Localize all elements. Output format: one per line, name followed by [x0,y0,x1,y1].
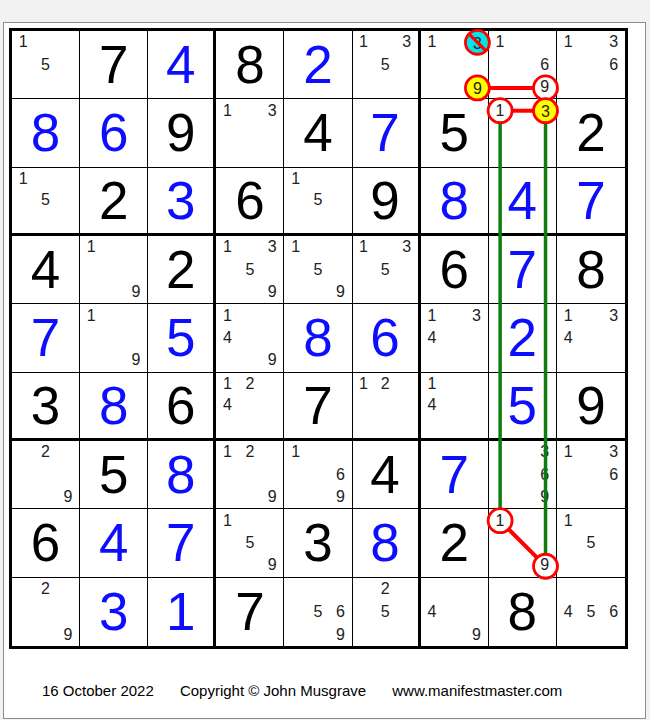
cell-value: 5 [508,379,537,432]
pencil-mark: 5 [34,189,56,211]
footer-copyright: Copyright © John Musgrave [180,682,366,699]
pencil-mark: 9 [329,486,351,508]
cell-value: 7 [576,174,605,227]
cell-r8c2[interactable]: 4 [80,509,148,577]
cell-r6c3[interactable]: 6 [148,373,216,441]
cell-value: 2 [576,106,605,159]
pencil-mark: 9 [261,349,283,371]
pencil-mark: 1 [353,31,375,53]
footer-date: 16 October 2022 [42,682,154,699]
cell-r9c3[interactable]: 1 [148,578,216,646]
cell-value: 8 [303,311,332,364]
cell-r3c1[interactable]: 15 [12,168,80,236]
cell-value: 7 [508,243,537,296]
cell-r9c1[interactable]: 29 [12,578,80,646]
pencil-mark: 1 [489,509,511,531]
pencil-mark: 5 [374,53,396,75]
pencil-mark: 5 [307,600,329,623]
cell-r3c7[interactable]: 8 [421,168,489,236]
pencil-mark: 6 [602,463,625,485]
pencil-mark: 3 [534,441,556,463]
pencil-mark: 1 [216,304,238,326]
pencil-mark: 9 [534,486,556,508]
cell-r5c5[interactable]: 8 [284,304,352,372]
cell-r1c7[interactable]: 139 [421,31,489,99]
cell-r2c6[interactable]: 7 [353,99,421,167]
cell-r7c8[interactable]: 369 [489,441,557,509]
cell-r9c2[interactable]: 3 [80,578,148,646]
cell-value: 5 [166,311,195,364]
cell-r4c4[interactable]: 1359 [216,236,284,304]
pencil-mark: 1 [80,236,102,258]
cell-r2c9[interactable]: 2 [557,99,625,167]
cell-r3c6[interactable]: 9 [353,168,421,236]
pencil-mark: 2 [239,373,261,395]
cell-value: 4 [166,38,195,91]
pencil-mark: 5 [34,53,56,75]
cell-r7c2[interactable]: 5 [80,441,148,509]
pencil-mark: 1 [557,31,580,53]
pencil-mark: 9 [534,76,556,98]
pencil-mark: 9 [261,486,283,508]
cell-r8c5[interactable]: 3 [284,509,352,577]
cell-r7c6[interactable]: 4 [353,441,421,509]
cell-r5c4[interactable]: 149 [216,304,284,372]
pencil-mark: 6 [329,600,351,623]
pencil-mark: 3 [534,99,556,121]
pencil-mark: 1 [421,304,443,326]
cell-value: 8 [166,448,195,501]
pencil-mark: 3 [396,236,418,258]
cell-r6c6[interactable]: 12 [353,373,421,441]
cell-value: 9 [370,174,399,227]
pencil-mark: 1 [216,236,238,258]
cell-value: 4 [99,516,128,569]
cell-r2c8[interactable]: 13 [489,99,557,167]
pencil-mark: 1 [216,441,238,463]
cell-value: 8 [31,106,60,159]
pencil-mark: 3 [602,441,625,463]
pencil-mark: 9 [125,349,147,371]
cell-r4c6[interactable]: 135 [353,236,421,304]
pencil-mark: 9 [329,281,351,303]
pencil-mark: 2 [374,578,396,601]
pencil-mark: 1 [284,168,306,190]
pencil-mark: 3 [465,31,487,53]
cell-r6c5[interactable]: 7 [284,373,352,441]
pencil-mark: 1 [284,236,306,258]
cell-value: 7 [303,379,332,432]
cell-value: 2 [303,38,332,91]
cell-r9c8[interactable]: 8 [489,578,557,646]
pencil-mark: 4 [216,394,238,416]
pencil-mark: 1 [353,373,375,395]
pencil-mark: 9 [57,623,79,646]
cell-value: 4 [370,448,399,501]
cell-value: 4 [303,106,332,159]
pencil-mark: 2 [239,441,261,463]
cell-r7c3[interactable]: 8 [148,441,216,509]
pencil-mark: 1 [421,373,443,395]
cell-r5c1[interactable]: 7 [12,304,80,372]
cell-value: 6 [370,311,399,364]
cell-r2c2[interactable]: 6 [80,99,148,167]
cell-r2c1[interactable]: 8 [12,99,80,167]
pencil-mark: 5 [580,600,603,623]
pencil-mark: 9 [57,486,79,508]
pencil-mark: 1 [216,509,238,531]
footer-website: www.manifestmaster.com [392,682,562,699]
cell-r1c4[interactable]: 8 [216,31,284,99]
cell-value: 2 [166,243,195,296]
cell-r5c9[interactable]: 134 [557,304,625,372]
cell-r6c4[interactable]: 124 [216,373,284,441]
pencil-mark: 3 [261,99,283,121]
pencil-mark: 4 [557,327,580,349]
cell-r1c3[interactable]: 4 [148,31,216,99]
pencil-mark: 4 [557,600,580,623]
cell-r9c6[interactable]: 25 [353,578,421,646]
cell-r1c2[interactable]: 7 [80,31,148,99]
pencil-mark: 1 [557,509,580,531]
pencil-mark: 5 [374,258,396,280]
pencil-mark: 2 [374,373,396,395]
pencil-mark: 9 [125,281,147,303]
cell-r9c7[interactable]: 49 [421,578,489,646]
cell-r5c3[interactable]: 5 [148,304,216,372]
pencil-mark: 1 [284,441,306,463]
pencil-mark: 4 [421,327,443,349]
cell-r8c8[interactable]: 19 [489,509,557,577]
pencil-mark: 5 [307,189,329,211]
pencil-mark: 1 [80,304,102,326]
cell-r1c1[interactable]: 15 [12,31,80,99]
cell-value: 6 [439,243,468,296]
cell-value: 3 [303,516,332,569]
footer: 16 October 2022 Copyright © John Musgrav… [42,682,584,699]
pencil-mark: 3 [396,31,418,53]
cell-r6c7[interactable]: 14 [421,373,489,441]
cell-r1c8[interactable]: 169 [489,31,557,99]
cell-value: 8 [99,379,128,432]
cell-r5c2[interactable]: 19 [80,304,148,372]
cell-value: 8 [370,516,399,569]
cell-r5c6[interactable]: 6 [353,304,421,372]
pencil-mark: 5 [580,532,603,554]
sudoku-board: 1574821351391691368691347513215236159847… [9,28,628,649]
cell-value: 4 [31,243,60,296]
cell-value: 8 [508,585,537,638]
pencil-mark: 1 [489,31,511,53]
pencil-mark: 4 [216,327,238,349]
cell-value: 9 [166,106,195,159]
cell-r4c1[interactable]: 4 [12,236,80,304]
cell-r2c7[interactable]: 5 [421,99,489,167]
pencil-mark: 1 [353,236,375,258]
cell-r8c1[interactable]: 6 [12,509,80,577]
pencil-mark: 1 [421,31,443,53]
cell-value: 7 [370,106,399,159]
cell-value: 7 [99,38,128,91]
cell-value: 8 [235,38,264,91]
pencil-mark: 4 [421,600,443,623]
cell-r6c8[interactable]: 5 [489,373,557,441]
cell-r7c7[interactable]: 7 [421,441,489,509]
cell-r6c2[interactable]: 8 [80,373,148,441]
cell-value: 4 [508,174,537,227]
cell-value: 7 [439,448,468,501]
cell-value: 3 [99,585,128,638]
cell-r2c4[interactable]: 13 [216,99,284,167]
cell-value: 6 [235,174,264,227]
pencil-mark: 1 [216,373,238,395]
pencil-mark: 9 [329,623,351,646]
cell-r3c2[interactable]: 2 [80,168,148,236]
pencil-mark: 6 [329,463,351,485]
cell-value: 2 [439,516,468,569]
cell-r4c7[interactable]: 6 [421,236,489,304]
cell-value: 6 [31,516,60,569]
pencil-mark: 3 [261,236,283,258]
pencil-mark: 1 [557,441,580,463]
pencil-mark: 1 [489,99,511,121]
pencil-mark: 6 [534,53,556,75]
pencil-mark: 3 [602,31,625,53]
cell-r4c3[interactable]: 2 [148,236,216,304]
cell-r8c9[interactable]: 15 [557,509,625,577]
cell-r7c5[interactable]: 169 [284,441,352,509]
cell-value: 8 [576,243,605,296]
pencil-mark: 9 [261,281,283,303]
cell-value: 3 [31,379,60,432]
cell-r1c9[interactable]: 136 [557,31,625,99]
pencil-mark: 2 [34,441,56,463]
pencil-mark: 5 [307,258,329,280]
cell-r6c9[interactable]: 9 [557,373,625,441]
cell-r9c5[interactable]: 569 [284,578,352,646]
pencil-mark: 4 [421,394,443,416]
pencil-mark: 1 [12,31,34,53]
pencil-mark: 6 [534,463,556,485]
cell-r2c5[interactable]: 4 [284,99,352,167]
pencil-mark: 1 [12,168,34,190]
pencil-mark: 9 [465,76,487,98]
pencil-mark: 9 [465,623,487,646]
cell-r8c3[interactable]: 7 [148,509,216,577]
cell-value: 7 [31,311,60,364]
pencil-mark: 5 [239,532,261,554]
cell-value: 5 [99,448,128,501]
cell-r4c5[interactable]: 159 [284,236,352,304]
cell-r9c4[interactable]: 7 [216,578,284,646]
cell-value: 3 [166,174,195,227]
pencil-mark: 5 [239,258,261,280]
cell-r8c4[interactable]: 159 [216,509,284,577]
pencil-mark: 5 [374,600,396,623]
pencil-mark: 1 [216,99,238,121]
cell-r4c9[interactable]: 8 [557,236,625,304]
cell-r4c2[interactable]: 19 [80,236,148,304]
cell-r1c6[interactable]: 135 [353,31,421,99]
cell-r8c7[interactable]: 2 [421,509,489,577]
pencil-mark: 6 [602,53,625,75]
pencil-mark: 3 [465,304,487,326]
pencil-mark: 2 [34,578,56,601]
cell-r7c1[interactable]: 29 [12,441,80,509]
cell-r3c9[interactable]: 7 [557,168,625,236]
pencil-mark: 3 [602,304,625,326]
cell-r7c9[interactable]: 136 [557,441,625,509]
pencil-mark: 9 [534,554,556,576]
cell-r3c8[interactable]: 4 [489,168,557,236]
cell-value: 2 [508,311,537,364]
cell-r3c3[interactable]: 3 [148,168,216,236]
cell-value: 2 [99,174,128,227]
cell-value: 9 [576,379,605,432]
cell-r7c4[interactable]: 129 [216,441,284,509]
cell-r5c7[interactable]: 134 [421,304,489,372]
cell-r3c5[interactable]: 15 [284,168,352,236]
cell-value: 6 [166,379,195,432]
cell-r3c4[interactable]: 6 [216,168,284,236]
cell-value: 8 [439,174,468,227]
cell-value: 6 [99,106,128,159]
pencil-mark: 1 [557,304,580,326]
cell-r9c9[interactable]: 456 [557,578,625,646]
cell-value: 7 [235,585,264,638]
cell-value: 1 [166,585,195,638]
cell-r2c3[interactable]: 9 [148,99,216,167]
cell-r4c8[interactable]: 7 [489,236,557,304]
cell-r5c8[interactable]: 2 [489,304,557,372]
cell-r1c5[interactable]: 2 [284,31,352,99]
cell-r8c6[interactable]: 8 [353,509,421,577]
pencil-mark: 6 [602,600,625,623]
cell-r6c1[interactable]: 3 [12,373,80,441]
cell-value: 7 [166,516,195,569]
pencil-mark: 9 [261,554,283,576]
cell-value: 5 [439,106,468,159]
